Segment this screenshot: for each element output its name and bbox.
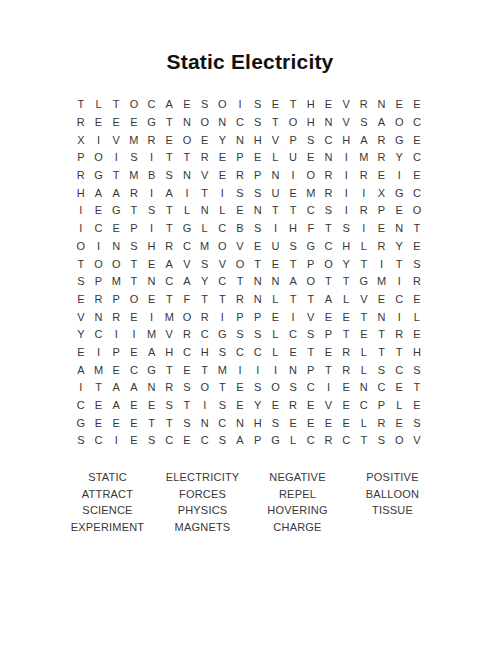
grid-cell-r11c17: G (355, 273, 373, 291)
grid-cell-r14c4: I (125, 326, 143, 344)
grid-cell-r20c13: L (284, 432, 302, 450)
grid-cell-r4c18: R (373, 149, 391, 167)
grid-cell-r2c14: H (302, 114, 320, 132)
grid-cell-r14c20: E (408, 326, 426, 344)
grid-cell-r12c14: T (302, 291, 320, 309)
grid-cell-r6c19: G (390, 184, 408, 202)
grid-cell-r19c17: L (355, 414, 373, 432)
grid-cell-r3c3: V (107, 131, 125, 149)
grid-cell-r4c11: E (249, 149, 267, 167)
grid-cell-r4c6: T (160, 149, 178, 167)
grid-cell-r9c8: M (196, 238, 214, 256)
grid-cell-r15c15: E (320, 344, 338, 362)
grid-cell-r12c7: F (178, 291, 196, 309)
grid-cell-r15c20: H (408, 344, 426, 362)
grid-cell-r19c16: E (337, 414, 355, 432)
grid-cell-r7c12: T (267, 202, 285, 220)
grid-cell-r8c6: T (160, 220, 178, 238)
grid-cell-r3c10: N (231, 131, 249, 149)
grid-cell-r18c5: E (143, 397, 161, 415)
grid-cell-r13c3: R (107, 308, 125, 326)
grid-cell-r9c4: S (125, 238, 143, 256)
grid-cell-r15c16: R (337, 344, 355, 362)
grid-cell-r11c4: T (125, 273, 143, 291)
grid-cell-r7c16: I (337, 202, 355, 220)
grid-cell-r3c8: E (196, 131, 214, 149)
grid-cell-r9c1: O (72, 238, 90, 256)
grid-cell-r4c5: I (143, 149, 161, 167)
grid-cell-r19c14: E (302, 414, 320, 432)
grid-cell-r5c17: R (355, 167, 373, 185)
grid-cell-r16c12: I (267, 361, 285, 379)
grid-cell-r15c2: I (90, 344, 108, 362)
grid-cell-r10c10: O (231, 255, 249, 273)
grid-cell-r12c12: L (267, 291, 285, 309)
grid-cell-r5c1: R (72, 167, 90, 185)
grid-cell-r1c13: T (284, 96, 302, 114)
grid-cell-r3c16: H (337, 131, 355, 149)
grid-cell-r15c17: L (355, 344, 373, 362)
grid-cell-r13c16: E (337, 308, 355, 326)
grid-cell-r20c8: C (196, 432, 214, 450)
grid-cell-r15c8: H (196, 344, 214, 362)
grid-cell-r11c8: Y (196, 273, 214, 291)
grid-cell-r11c16: T (337, 273, 355, 291)
grid-cell-r20c10: A (231, 432, 249, 450)
grid-cell-r13c8: R (196, 308, 214, 326)
grid-cell-r13c13: I (284, 308, 302, 326)
grid-cell-r13c15: E (320, 308, 338, 326)
grid-cell-r14c2: C (90, 326, 108, 344)
grid-cell-r2c5: G (143, 114, 161, 132)
grid-cell-r4c14: E (302, 149, 320, 167)
grid-cell-r13c5: I (143, 308, 161, 326)
grid-cell-r6c10: S (231, 184, 249, 202)
grid-cell-r8c10: B (231, 220, 249, 238)
grid-cell-r19c3: E (107, 414, 125, 432)
word-repel: REPEL (250, 486, 345, 503)
grid-cell-r2c11: S (249, 114, 267, 132)
grid-cell-r8c17: I (355, 220, 373, 238)
grid-cell-r4c19: Y (390, 149, 408, 167)
grid-cell-r12c4: O (125, 291, 143, 309)
grid-cell-r3c11: H (249, 131, 267, 149)
grid-cell-r5c9: E (214, 167, 232, 185)
grid-cell-r7c8: N (196, 202, 214, 220)
grid-cell-r17c20: T (408, 379, 426, 397)
grid-cell-r8c2: C (90, 220, 108, 238)
grid-cell-r5c6: S (160, 167, 178, 185)
grid-cell-r11c11: N (249, 273, 267, 291)
grid-cell-r4c3: I (107, 149, 125, 167)
grid-cell-r8c20: T (408, 220, 426, 238)
grid-cell-r7c9: L (214, 202, 232, 220)
grid-cell-r8c9: C (214, 220, 232, 238)
grid-cell-r1c11: S (249, 96, 267, 114)
grid-cell-r12c11: N (249, 291, 267, 309)
grid-cell-r16c7: E (178, 361, 196, 379)
grid-cell-r2c6: T (160, 114, 178, 132)
grid-cell-r18c18: P (373, 397, 391, 415)
grid-cell-r19c11: H (249, 414, 267, 432)
grid-cell-r15c18: T (373, 344, 391, 362)
grid-cell-r3c5: R (143, 131, 161, 149)
grid-cell-r20c6: C (160, 432, 178, 450)
grid-cell-r5c13: I (284, 167, 302, 185)
grid-cell-r15c3: P (107, 344, 125, 362)
grid-cell-r18c3: A (107, 397, 125, 415)
grid-cell-r8c19: N (390, 220, 408, 238)
grid-cell-r8c1: I (72, 220, 90, 238)
grid-cell-r16c10: I (231, 361, 249, 379)
grid-cell-r16c16: R (337, 361, 355, 379)
grid-cell-r10c19: T (390, 255, 408, 273)
grid-cell-r18c2: E (90, 397, 108, 415)
grid-cell-r6c9: I (214, 184, 232, 202)
grid-cell-r6c3: A (107, 184, 125, 202)
grid-cell-r3c7: O (178, 131, 196, 149)
grid-cell-r10c16: Y (337, 255, 355, 273)
grid-cell-r8c15: T (320, 220, 338, 238)
grid-cell-r11c13: A (284, 273, 302, 291)
grid-cell-r17c1: I (72, 379, 90, 397)
grid-cell-r12c6: T (160, 291, 178, 309)
grid-cell-r11c7: A (178, 273, 196, 291)
grid-cell-r14c8: C (196, 326, 214, 344)
grid-cell-r11c14: O (302, 273, 320, 291)
grid-cell-r8c14: F (302, 220, 320, 238)
word-list-column-1: STATICATTRACTSCIENCEEXPERIMENT (60, 469, 155, 535)
grid-cell-r17c11: S (249, 379, 267, 397)
grid-cell-r3c9: Y (214, 131, 232, 149)
grid-cell-r13c4: E (125, 308, 143, 326)
grid-cell-r15c10: C (231, 344, 249, 362)
grid-cell-r15c1: E (72, 344, 90, 362)
grid-cell-r11c19: I (390, 273, 408, 291)
grid-cell-r5c8: V (196, 167, 214, 185)
grid-cell-r17c2: T (90, 379, 108, 397)
grid-cell-r3c14: S (302, 131, 320, 149)
grid-cell-r3c4: M (125, 131, 143, 149)
grid-cell-r6c13: E (284, 184, 302, 202)
grid-cell-r7c17: R (355, 202, 373, 220)
grid-cell-r6c18: X (373, 184, 391, 202)
grid-cell-r5c3: T (107, 167, 125, 185)
grid-cell-r17c17: N (355, 379, 373, 397)
grid-cell-r7c11: N (249, 202, 267, 220)
grid-cell-r20c3: I (107, 432, 125, 450)
grid-cell-r14c13: C (284, 326, 302, 344)
grid-cell-r13c9: I (214, 308, 232, 326)
grid-cell-r7c6: T (160, 202, 178, 220)
grid-cell-r1c6: A (160, 96, 178, 114)
grid-cell-r15c12: L (267, 344, 285, 362)
grid-cell-r14c3: I (107, 326, 125, 344)
word-list-column-3: NEGATIVEREPELHOVERINGCHARGE (250, 469, 345, 535)
grid-cell-r5c15: R (320, 167, 338, 185)
grid-cell-r1c7: E (178, 96, 196, 114)
grid-cell-r8c4: P (125, 220, 143, 238)
grid-cell-r7c18: P (373, 202, 391, 220)
grid-cell-r19c12: S (267, 414, 285, 432)
grid-cell-r9c14: G (302, 238, 320, 256)
grid-cell-r1c10: I (231, 96, 249, 114)
grid-cell-r8c8: L (196, 220, 214, 238)
letter-grid: TLTOCAESOISETHEVRNEEREEEGTNONCSTOHNVSAOC… (72, 96, 426, 450)
grid-cell-r6c5: I (143, 184, 161, 202)
grid-cell-r11c15: T (320, 273, 338, 291)
grid-cell-r19c2: E (90, 414, 108, 432)
grid-cell-r2c20: C (408, 114, 426, 132)
grid-cell-r16c8: T (196, 361, 214, 379)
grid-cell-r14c11: S (249, 326, 267, 344)
grid-cell-r1c19: E (390, 96, 408, 114)
grid-cell-r20c7: E (178, 432, 196, 450)
grid-cell-r19c1: G (72, 414, 90, 432)
grid-cell-r5c12: N (267, 167, 285, 185)
grid-cell-r14c10: S (231, 326, 249, 344)
grid-cell-r15c11: C (249, 344, 267, 362)
grid-cell-r17c14: C (302, 379, 320, 397)
grid-cell-r15c14: T (302, 344, 320, 362)
grid-cell-r10c20: S (408, 255, 426, 273)
grid-cell-r14c9: G (214, 326, 232, 344)
grid-cell-r20c1: S (72, 432, 90, 450)
grid-cell-r16c20: S (408, 361, 426, 379)
grid-cell-r16c17: L (355, 361, 373, 379)
grid-cell-r14c12: L (267, 326, 285, 344)
grid-cell-r4c4: S (125, 149, 143, 167)
grid-cell-r16c19: C (390, 361, 408, 379)
grid-cell-r4c12: L (267, 149, 285, 167)
grid-cell-r8c5: I (143, 220, 161, 238)
grid-cell-r20c16: C (337, 432, 355, 450)
grid-cell-r2c1: R (72, 114, 90, 132)
grid-cell-r1c20: E (408, 96, 426, 114)
word-charge: CHARGE (250, 519, 345, 536)
grid-cell-r5c4: M (125, 167, 143, 185)
grid-cell-r11c18: M (373, 273, 391, 291)
grid-cell-r12c19: C (390, 291, 408, 309)
grid-cell-r11c2: P (90, 273, 108, 291)
grid-cell-r2c19: O (390, 114, 408, 132)
grid-cell-r20c5: S (143, 432, 161, 450)
grid-cell-r16c6: T (160, 361, 178, 379)
grid-cell-r1c12: E (267, 96, 285, 114)
grid-cell-r9c13: S (284, 238, 302, 256)
grid-cell-r2c12: T (267, 114, 285, 132)
grid-cell-r12c8: T (196, 291, 214, 309)
grid-cell-r10c9: V (214, 255, 232, 273)
grid-cell-r3c15: C (320, 131, 338, 149)
grid-cell-r20c4: E (125, 432, 143, 450)
grid-cell-r14c19: R (390, 326, 408, 344)
grid-cell-r12c10: R (231, 291, 249, 309)
grid-cell-r9c15: C (320, 238, 338, 256)
grid-cell-r17c13: S (284, 379, 302, 397)
grid-cell-r6c4: R (125, 184, 143, 202)
grid-cell-r19c19: E (390, 414, 408, 432)
grid-cell-r4c1: P (72, 149, 90, 167)
grid-cell-r16c1: A (72, 361, 90, 379)
grid-cell-r9c10: V (231, 238, 249, 256)
grid-cell-r18c6: S (160, 397, 178, 415)
word-magnets: MAGNETS (155, 519, 250, 536)
grid-cell-r17c10: E (231, 379, 249, 397)
grid-cell-r9c11: E (249, 238, 267, 256)
grid-cell-r11c6: C (160, 273, 178, 291)
grid-cell-r19c15: E (320, 414, 338, 432)
grid-cell-r6c17: I (355, 184, 373, 202)
grid-cell-r20c20: V (408, 432, 426, 450)
grid-cell-r19c6: T (160, 414, 178, 432)
grid-cell-r16c3: E (107, 361, 125, 379)
grid-cell-r16c9: M (214, 361, 232, 379)
grid-cell-r12c3: P (107, 291, 125, 309)
grid-cell-r19c18: R (373, 414, 391, 432)
grid-cell-r3c13: P (284, 131, 302, 149)
grid-cell-r4c13: U (284, 149, 302, 167)
grid-cell-r18c19: L (390, 397, 408, 415)
grid-cell-r18c14: E (302, 397, 320, 415)
word-balloon: BALLOON (345, 486, 440, 503)
grid-cell-r10c1: T (72, 255, 90, 273)
grid-cell-r10c4: T (125, 255, 143, 273)
grid-cell-r2c7: N (178, 114, 196, 132)
grid-cell-r11c20: R (408, 273, 426, 291)
grid-cell-r20c15: R (320, 432, 338, 450)
word-list: STATICATTRACTSCIENCEEXPERIMENTELECTRICIT… (60, 469, 440, 535)
grid-cell-r1c9: O (214, 96, 232, 114)
grid-cell-r2c2: E (90, 114, 108, 132)
grid-cell-r13c2: N (90, 308, 108, 326)
grid-cell-r17c15: I (320, 379, 338, 397)
grid-cell-r6c2: A (90, 184, 108, 202)
grid-cell-r2c16: V (337, 114, 355, 132)
word-static: STATIC (60, 469, 155, 486)
grid-cell-r18c16: E (337, 397, 355, 415)
grid-cell-r2c8: O (196, 114, 214, 132)
grid-cell-r14c1: Y (72, 326, 90, 344)
grid-cell-r17c16: E (337, 379, 355, 397)
grid-cell-r15c19: T (390, 344, 408, 362)
grid-cell-r1c17: R (355, 96, 373, 114)
grid-cell-r6c14: M (302, 184, 320, 202)
grid-cell-r12c2: R (90, 291, 108, 309)
grid-cell-r6c11: S (249, 184, 267, 202)
grid-cell-r10c8: S (196, 255, 214, 273)
grid-cell-r13c11: P (249, 308, 267, 326)
grid-cell-r19c7: S (178, 414, 196, 432)
grid-cell-r17c18: C (373, 379, 391, 397)
grid-cell-r8c16: S (337, 220, 355, 238)
word-science: SCIENCE (60, 502, 155, 519)
grid-cell-r14c14: S (302, 326, 320, 344)
grid-cell-r17c8: O (196, 379, 214, 397)
grid-cell-r15c4: E (125, 344, 143, 362)
grid-cell-r5c20: E (408, 167, 426, 185)
grid-cell-r6c8: T (196, 184, 214, 202)
grid-cell-r17c7: S (178, 379, 196, 397)
grid-cell-r9c18: R (373, 238, 391, 256)
grid-cell-r17c19: E (390, 379, 408, 397)
grid-cell-r15c5: A (143, 344, 161, 362)
grid-cell-r1c8: S (196, 96, 214, 114)
grid-cell-r13c1: V (72, 308, 90, 326)
grid-cell-r6c6: A (160, 184, 178, 202)
grid-cell-r6c1: H (72, 184, 90, 202)
grid-cell-r10c5: E (143, 255, 161, 273)
grid-cell-r3c19: G (390, 131, 408, 149)
grid-cell-r16c11: I (249, 361, 267, 379)
grid-cell-r11c5: N (143, 273, 161, 291)
grid-cell-r18c9: S (214, 397, 232, 415)
grid-cell-r12c5: E (143, 291, 161, 309)
grid-cell-r12c15: A (320, 291, 338, 309)
grid-cell-r13c6: M (160, 308, 178, 326)
word-negative: NEGATIVE (250, 469, 345, 486)
grid-cell-r5c7: N (178, 167, 196, 185)
grid-cell-r7c2: E (90, 202, 108, 220)
grid-cell-r9c9: O (214, 238, 232, 256)
grid-cell-r17c5: N (143, 379, 161, 397)
grid-cell-r19c5: T (143, 414, 161, 432)
grid-cell-r3c17: A (355, 131, 373, 149)
grid-cell-r18c13: R (284, 397, 302, 415)
grid-cell-r5c18: E (373, 167, 391, 185)
grid-cell-r18c11: Y (249, 397, 267, 415)
grid-cell-r5c5: B (143, 167, 161, 185)
grid-cell-r9c17: L (355, 238, 373, 256)
grid-cell-r1c3: T (107, 96, 125, 114)
grid-cell-r19c4: E (125, 414, 143, 432)
grid-cell-r12c9: T (214, 291, 232, 309)
grid-cell-r14c18: T (373, 326, 391, 344)
grid-cell-r16c13: N (284, 361, 302, 379)
grid-cell-r11c1: S (72, 273, 90, 291)
grid-cell-r14c15: P (320, 326, 338, 344)
word-positive: POSITIVE (345, 469, 440, 486)
grid-cell-r3c20: E (408, 131, 426, 149)
grid-cell-r18c8: I (196, 397, 214, 415)
grid-cell-r11c3: M (107, 273, 125, 291)
grid-cell-r4c10: P (231, 149, 249, 167)
grid-cell-r14c17: E (355, 326, 373, 344)
grid-cell-r4c2: O (90, 149, 108, 167)
grid-cell-r9c7: C (178, 238, 196, 256)
grid-cell-r2c13: O (284, 114, 302, 132)
grid-cell-r12c16: L (337, 291, 355, 309)
grid-cell-r3c2: I (90, 131, 108, 149)
grid-cell-r11c12: N (267, 273, 285, 291)
grid-cell-r1c14: H (302, 96, 320, 114)
grid-cell-r5c2: G (90, 167, 108, 185)
grid-cell-r19c10: N (231, 414, 249, 432)
word-experiment: EXPERIMENT (60, 519, 155, 536)
grid-cell-r18c15: V (320, 397, 338, 415)
grid-cell-r9c2: I (90, 238, 108, 256)
grid-cell-r2c18: A (373, 114, 391, 132)
grid-cell-r16c4: C (125, 361, 143, 379)
grid-cell-r8c7: G (178, 220, 196, 238)
grid-cell-r18c10: E (231, 397, 249, 415)
grid-cell-r3c12: V (267, 131, 285, 149)
word-attract: ATTRACT (60, 486, 155, 503)
grid-cell-r12c18: E (373, 291, 391, 309)
grid-cell-r6c7: I (178, 184, 196, 202)
grid-cell-r10c14: P (302, 255, 320, 273)
grid-cell-r20c17: T (355, 432, 373, 450)
